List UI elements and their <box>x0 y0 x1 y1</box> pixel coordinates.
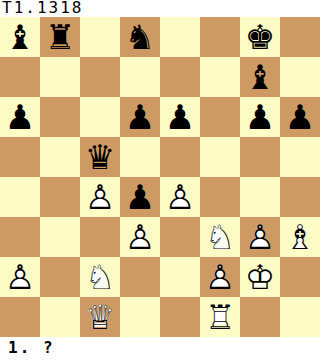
square-c4[interactable]: ♟♙ <box>80 177 120 217</box>
piece-black-rook[interactable]: ♜ <box>40 17 80 57</box>
piece-white-bishop[interactable]: ♝♗ <box>280 217 320 257</box>
square-d8[interactable]: ♞ <box>120 17 160 57</box>
square-g1[interactable] <box>240 297 280 337</box>
square-a8[interactable]: ♝ <box>0 17 40 57</box>
piece-black-bishop[interactable]: ♝ <box>240 57 280 97</box>
piece-black-queen[interactable]: ♛ <box>80 137 120 177</box>
square-g3[interactable]: ♟♙ <box>240 217 280 257</box>
piece-white-knight[interactable]: ♞♘ <box>200 217 240 257</box>
square-a3[interactable] <box>0 217 40 257</box>
move-prompt: 1. ? <box>0 337 320 360</box>
square-f7[interactable] <box>200 57 240 97</box>
square-d6[interactable]: ♟ <box>120 97 160 137</box>
square-b8[interactable]: ♜ <box>40 17 80 57</box>
square-b7[interactable] <box>40 57 80 97</box>
square-h3[interactable]: ♝♗ <box>280 217 320 257</box>
square-b5[interactable] <box>40 137 80 177</box>
square-c1[interactable]: ♛♕ <box>80 297 120 337</box>
square-g8[interactable]: ♚ <box>240 17 280 57</box>
piece-white-pawn[interactable]: ♟♙ <box>120 217 160 257</box>
square-d1[interactable] <box>120 297 160 337</box>
square-e6[interactable]: ♟ <box>160 97 200 137</box>
piece-black-pawn[interactable]: ♟ <box>0 97 40 137</box>
square-f8[interactable] <box>200 17 240 57</box>
piece-outline-layer: ♘ <box>200 217 240 257</box>
square-e4[interactable]: ♟♙ <box>160 177 200 217</box>
square-b1[interactable] <box>40 297 80 337</box>
square-d4[interactable]: ♟ <box>120 177 160 217</box>
square-d2[interactable] <box>120 257 160 297</box>
piece-white-pawn[interactable]: ♟♙ <box>240 217 280 257</box>
square-h2[interactable] <box>280 257 320 297</box>
square-g4[interactable] <box>240 177 280 217</box>
piece-black-pawn[interactable]: ♟ <box>240 97 280 137</box>
square-d3[interactable]: ♟♙ <box>120 217 160 257</box>
piece-outline-layer: ♙ <box>160 177 200 217</box>
square-c6[interactable] <box>80 97 120 137</box>
piece-outline-layer: ♙ <box>200 257 240 297</box>
square-a2[interactable]: ♟♙ <box>0 257 40 297</box>
piece-black-king[interactable]: ♚ <box>240 17 280 57</box>
square-g7[interactable]: ♝ <box>240 57 280 97</box>
piece-black-pawn[interactable]: ♟ <box>160 97 200 137</box>
square-a5[interactable] <box>0 137 40 177</box>
square-h8[interactable] <box>280 17 320 57</box>
square-h7[interactable] <box>280 57 320 97</box>
square-d5[interactable] <box>120 137 160 177</box>
piece-white-pawn[interactable]: ♟♙ <box>160 177 200 217</box>
square-f2[interactable]: ♟♙ <box>200 257 240 297</box>
square-e1[interactable] <box>160 297 200 337</box>
square-h4[interactable] <box>280 177 320 217</box>
piece-black-pawn[interactable]: ♟ <box>120 177 160 217</box>
piece-outline-layer: ♗ <box>280 217 320 257</box>
piece-outline-layer: ♘ <box>80 257 120 297</box>
square-c5[interactable]: ♛ <box>80 137 120 177</box>
piece-white-pawn[interactable]: ♟♙ <box>80 177 120 217</box>
piece-white-pawn[interactable]: ♟♙ <box>200 257 240 297</box>
square-b2[interactable] <box>40 257 80 297</box>
piece-white-king[interactable]: ♚♔ <box>240 257 280 297</box>
square-e3[interactable] <box>160 217 200 257</box>
square-b6[interactable] <box>40 97 80 137</box>
piece-outline-layer: ♙ <box>0 257 40 297</box>
square-f3[interactable]: ♞♘ <box>200 217 240 257</box>
square-h5[interactable] <box>280 137 320 177</box>
square-b4[interactable] <box>40 177 80 217</box>
piece-black-knight[interactable]: ♞ <box>120 17 160 57</box>
puzzle-title: T1.1318 <box>0 0 320 17</box>
square-f6[interactable] <box>200 97 240 137</box>
square-a7[interactable] <box>0 57 40 97</box>
piece-white-pawn[interactable]: ♟♙ <box>0 257 40 297</box>
square-f1[interactable]: ♜♖ <box>200 297 240 337</box>
piece-white-knight[interactable]: ♞♘ <box>80 257 120 297</box>
piece-black-pawn[interactable]: ♟ <box>280 97 320 137</box>
square-d7[interactable] <box>120 57 160 97</box>
square-e5[interactable] <box>160 137 200 177</box>
square-c7[interactable] <box>80 57 120 97</box>
piece-outline-layer: ♙ <box>120 217 160 257</box>
square-e2[interactable] <box>160 257 200 297</box>
square-a1[interactable] <box>0 297 40 337</box>
square-e7[interactable] <box>160 57 200 97</box>
piece-outline-layer: ♖ <box>200 297 240 337</box>
square-g5[interactable] <box>240 137 280 177</box>
square-g2[interactable]: ♚♔ <box>240 257 280 297</box>
piece-white-queen[interactable]: ♛♕ <box>80 297 120 337</box>
square-c2[interactable]: ♞♘ <box>80 257 120 297</box>
piece-black-bishop[interactable]: ♝ <box>0 17 40 57</box>
square-h1[interactable] <box>280 297 320 337</box>
square-b3[interactable] <box>40 217 80 257</box>
square-g6[interactable]: ♟ <box>240 97 280 137</box>
piece-black-pawn[interactable]: ♟ <box>120 97 160 137</box>
square-a4[interactable] <box>0 177 40 217</box>
square-a6[interactable]: ♟ <box>0 97 40 137</box>
chess-board: ♝♜♞♚♝♟♟♟♟♟♛♟♙♟♟♙♟♙♞♘♟♙♝♗♟♙♞♘♟♙♚♔♛♕♜♖ <box>0 17 320 337</box>
piece-outline-layer: ♔ <box>240 257 280 297</box>
piece-outline-layer: ♙ <box>240 217 280 257</box>
square-e8[interactable] <box>160 17 200 57</box>
square-c3[interactable] <box>80 217 120 257</box>
square-f5[interactable] <box>200 137 240 177</box>
square-h6[interactable]: ♟ <box>280 97 320 137</box>
piece-white-rook[interactable]: ♜♖ <box>200 297 240 337</box>
square-f4[interactable] <box>200 177 240 217</box>
square-c8[interactable] <box>80 17 120 57</box>
piece-outline-layer: ♙ <box>80 177 120 217</box>
piece-outline-layer: ♕ <box>80 297 120 337</box>
